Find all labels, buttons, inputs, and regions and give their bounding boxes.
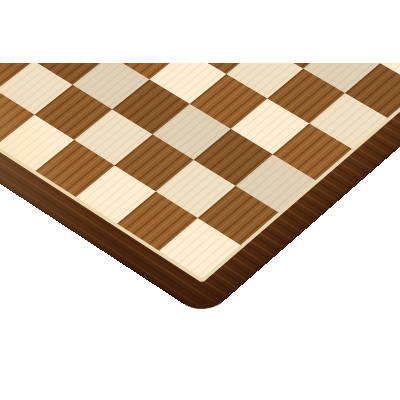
chess-board	[0, 63, 400, 318]
board-grid	[0, 63, 400, 278]
photo-crop-area	[0, 63, 400, 400]
product-photo	[0, 0, 400, 400]
